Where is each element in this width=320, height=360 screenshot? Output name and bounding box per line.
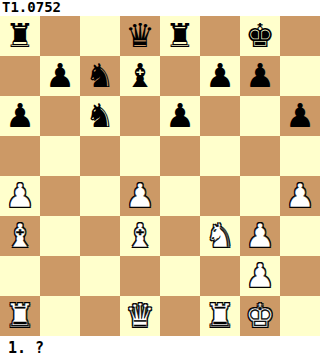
square-e8[interactable]: ♜: [160, 16, 200, 56]
square-c8[interactable]: [80, 16, 120, 56]
square-f5[interactable]: [200, 136, 240, 176]
square-a2[interactable]: [0, 256, 40, 296]
piece-white-bishop[interactable]: ♝: [120, 216, 160, 256]
square-h8[interactable]: [280, 16, 320, 56]
piece-black-rook[interactable]: ♜: [160, 16, 200, 56]
square-b2[interactable]: [40, 256, 80, 296]
diagram-title: T1.0752: [0, 0, 320, 16]
square-a7[interactable]: [0, 56, 40, 96]
piece-black-queen[interactable]: ♛: [120, 16, 160, 56]
square-g4[interactable]: [240, 176, 280, 216]
square-h7[interactable]: [280, 56, 320, 96]
square-d1[interactable]: ♛: [120, 296, 160, 336]
square-c7[interactable]: ♞: [80, 56, 120, 96]
square-g8[interactable]: ♚: [240, 16, 280, 56]
square-b5[interactable]: [40, 136, 80, 176]
square-b8[interactable]: [40, 16, 80, 56]
square-c6[interactable]: ♞: [80, 96, 120, 136]
square-a1[interactable]: ♜: [0, 296, 40, 336]
square-h1[interactable]: [280, 296, 320, 336]
piece-black-bishop[interactable]: ♝: [120, 56, 160, 96]
square-h2[interactable]: [280, 256, 320, 296]
square-h5[interactable]: [280, 136, 320, 176]
piece-white-pawn[interactable]: ♟: [120, 176, 160, 216]
square-b6[interactable]: [40, 96, 80, 136]
square-f3[interactable]: ♞: [200, 216, 240, 256]
square-c4[interactable]: [80, 176, 120, 216]
square-c1[interactable]: [80, 296, 120, 336]
square-h6[interactable]: ♟: [280, 96, 320, 136]
move-prompt: 1. ?: [0, 336, 320, 360]
square-e7[interactable]: [160, 56, 200, 96]
square-c5[interactable]: [80, 136, 120, 176]
square-b7[interactable]: ♟: [40, 56, 80, 96]
square-f4[interactable]: [200, 176, 240, 216]
piece-black-king[interactable]: ♚: [240, 16, 280, 56]
piece-white-pawn[interactable]: ♟: [240, 256, 280, 296]
square-c3[interactable]: [80, 216, 120, 256]
square-b3[interactable]: [40, 216, 80, 256]
piece-black-pawn[interactable]: ♟: [160, 96, 200, 136]
piece-black-pawn[interactable]: ♟: [40, 56, 80, 96]
square-f7[interactable]: ♟: [200, 56, 240, 96]
square-d6[interactable]: [120, 96, 160, 136]
square-f1[interactable]: ♜: [200, 296, 240, 336]
square-e1[interactable]: [160, 296, 200, 336]
square-b4[interactable]: [40, 176, 80, 216]
square-e4[interactable]: [160, 176, 200, 216]
square-h3[interactable]: [280, 216, 320, 256]
square-d2[interactable]: [120, 256, 160, 296]
square-b1[interactable]: [40, 296, 80, 336]
piece-black-knight[interactable]: ♞: [80, 56, 120, 96]
square-d3[interactable]: ♝: [120, 216, 160, 256]
square-a3[interactable]: ♝: [0, 216, 40, 256]
square-f6[interactable]: [200, 96, 240, 136]
piece-black-rook[interactable]: ♜: [0, 16, 40, 56]
piece-white-rook[interactable]: ♜: [200, 296, 240, 336]
piece-white-bishop[interactable]: ♝: [0, 216, 40, 256]
square-f2[interactable]: [200, 256, 240, 296]
chess-diagram-page: T1.0752 ♜♛♜♚♟♞♝♟♟♟♞♟♟♟♟♟♝♝♞♟♟♜♛♜♚ 1. ?: [0, 0, 320, 360]
piece-white-knight[interactable]: ♞: [200, 216, 240, 256]
square-c2[interactable]: [80, 256, 120, 296]
square-a4[interactable]: ♟: [0, 176, 40, 216]
square-f8[interactable]: [200, 16, 240, 56]
square-h4[interactable]: ♟: [280, 176, 320, 216]
piece-black-pawn[interactable]: ♟: [240, 56, 280, 96]
square-g6[interactable]: [240, 96, 280, 136]
piece-white-rook[interactable]: ♜: [0, 296, 40, 336]
piece-black-pawn[interactable]: ♟: [280, 96, 320, 136]
square-e6[interactable]: ♟: [160, 96, 200, 136]
square-d7[interactable]: ♝: [120, 56, 160, 96]
square-a5[interactable]: [0, 136, 40, 176]
square-g3[interactable]: ♟: [240, 216, 280, 256]
square-a8[interactable]: ♜: [0, 16, 40, 56]
square-d5[interactable]: [120, 136, 160, 176]
square-a6[interactable]: ♟: [0, 96, 40, 136]
piece-white-king[interactable]: ♚: [240, 296, 280, 336]
piece-white-pawn[interactable]: ♟: [0, 176, 40, 216]
square-g2[interactable]: ♟: [240, 256, 280, 296]
piece-white-pawn[interactable]: ♟: [280, 176, 320, 216]
piece-black-knight[interactable]: ♞: [80, 96, 120, 136]
square-e2[interactable]: [160, 256, 200, 296]
square-e5[interactable]: [160, 136, 200, 176]
piece-black-pawn[interactable]: ♟: [200, 56, 240, 96]
square-g5[interactable]: [240, 136, 280, 176]
piece-white-pawn[interactable]: ♟: [240, 216, 280, 256]
square-d4[interactable]: ♟: [120, 176, 160, 216]
piece-white-queen[interactable]: ♛: [120, 296, 160, 336]
square-e3[interactable]: [160, 216, 200, 256]
square-g7[interactable]: ♟: [240, 56, 280, 96]
piece-black-pawn[interactable]: ♟: [0, 96, 40, 136]
square-d8[interactable]: ♛: [120, 16, 160, 56]
square-g1[interactable]: ♚: [240, 296, 280, 336]
chess-board: ♜♛♜♚♟♞♝♟♟♟♞♟♟♟♟♟♝♝♞♟♟♜♛♜♚: [0, 16, 320, 336]
